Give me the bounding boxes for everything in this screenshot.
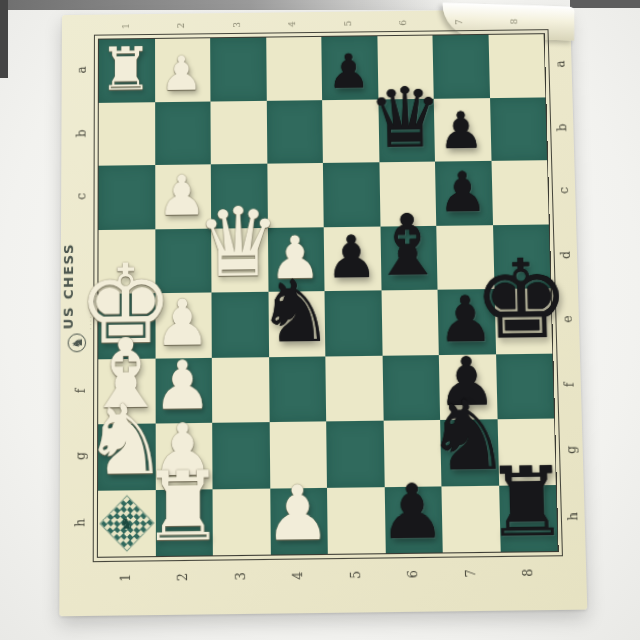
square-g5[interactable] [326, 421, 384, 488]
rank-label-bottom-6: 6 [407, 570, 420, 578]
square-b3[interactable] [210, 100, 266, 164]
piece-black-pawn-h6[interactable]: ♟ [379, 474, 446, 550]
file-label-right-a: a [554, 61, 566, 68]
photo-left-edge [0, 0, 8, 78]
file-label-right-g: g [565, 446, 578, 454]
rank-label-top-6: 6 [399, 20, 408, 26]
square-a3[interactable] [210, 38, 266, 101]
file-label-left-a: a [76, 66, 88, 73]
piece-black-pawn-c7[interactable]: ♟ [438, 165, 488, 221]
piece-black-king-e8[interactable]: ♚ [472, 245, 571, 355]
square-a4[interactable] [266, 37, 322, 100]
rank-label-top-4: 4 [288, 21, 297, 27]
corner-knight-logo-glyph: ♞ [120, 515, 134, 531]
piece-black-rook-h8[interactable]: ♜ [484, 454, 570, 551]
file-label-right-b: b [556, 123, 568, 131]
rank-label-bottom-8: 8 [522, 569, 535, 577]
rank-label-top-1: 1 [121, 23, 130, 29]
rank-label-bottom-4: 4 [292, 571, 305, 579]
piece-white-rook-h2[interactable]: ♜ [141, 459, 225, 556]
square-c1[interactable] [99, 165, 155, 230]
board-mat: ♞ US CHESS ··········· ♞ abcfghabcdefgh1… [59, 9, 587, 616]
square-a8[interactable] [488, 34, 545, 97]
rank-label-top-5: 5 [343, 21, 352, 27]
square-c8[interactable] [491, 160, 549, 224]
square-b4[interactable] [266, 100, 323, 164]
piece-black-knight-e4[interactable]: ♞ [257, 268, 334, 355]
piece-white-rook-a1[interactable]: ♜ [99, 39, 152, 99]
piece-white-pawn-h4[interactable]: ♟ [264, 476, 331, 552]
square-f5[interactable] [325, 355, 383, 421]
rank-label-bottom-2: 2 [177, 573, 189, 581]
rank-label-top-8: 8 [510, 19, 519, 25]
piece-white-pawn-a2[interactable]: ♟ [160, 49, 202, 97]
square-b2[interactable] [155, 101, 211, 165]
file-label-left-c: c [75, 193, 87, 200]
square-e6[interactable] [381, 290, 439, 356]
file-label-left-b: b [76, 129, 88, 137]
piece-black-pawn-a5[interactable]: ♟ [327, 47, 370, 95]
photo-top-right-edge [570, 0, 640, 8]
file-label-left-h: h [74, 518, 86, 526]
square-f3[interactable] [212, 357, 269, 423]
file-label-right-f: f [563, 382, 575, 387]
square-b8[interactable] [490, 97, 548, 161]
rank-label-bottom-7: 7 [465, 569, 478, 577]
file-label-right-c: c [558, 187, 570, 194]
square-f4[interactable] [269, 356, 327, 422]
piece-black-bishop-d6[interactable]: ♝ [369, 204, 445, 289]
rank-label-bottom-5: 5 [350, 571, 363, 579]
square-h5[interactable] [327, 487, 385, 554]
piece-black-pawn-b7[interactable]: ♟ [438, 106, 484, 157]
rank-label-top-3: 3 [232, 22, 241, 28]
file-label-right-h: h [567, 512, 580, 520]
piece-black-queen-b6[interactable]: ♛ [368, 77, 444, 161]
rank-label-bottom-1: 1 [119, 574, 131, 582]
rank-label-top-2: 2 [177, 23, 186, 29]
rank-label-top-7: 7 [454, 19, 463, 25]
square-b1[interactable] [99, 102, 155, 166]
rank-label-bottom-3: 3 [234, 572, 247, 580]
photo-background: ♞ US CHESS ··········· ♞ abcfghabcdefgh1… [0, 0, 640, 640]
table-edge-shadow [0, 0, 455, 10]
uschess-brand-text: US CHESS [61, 243, 77, 330]
